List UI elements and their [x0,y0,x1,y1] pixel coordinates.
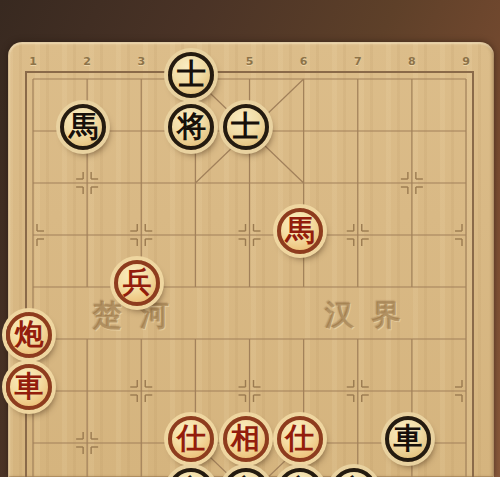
piece-red-chariot[interactable]: 車 [6,364,52,410]
piece-character: 卒 [285,471,314,477]
piece-character: 卒 [339,471,368,477]
xiangqi-board-screen: 123456789 楚河 汉界 士馬将士馬兵炮車仕相仕車卒卒卒卒 [0,0,500,477]
piece-character: 仕 [177,419,206,457]
column-label: 8 [408,55,416,68]
piece-character: 仕 [285,419,314,457]
board-grid [0,0,500,477]
piece-red-cannon[interactable]: 炮 [6,312,52,358]
piece-character: 士 [177,55,206,93]
column-label: 3 [137,55,145,68]
piece-red-elephant[interactable]: 相 [223,416,269,462]
column-label: 2 [83,55,91,68]
river-text-right: 汉界 [325,296,419,336]
piece-red-horse[interactable]: 馬 [277,208,323,254]
column-label: 9 [462,55,470,68]
piece-black-advisor[interactable]: 士 [223,104,269,150]
column-label: 7 [354,55,362,68]
column-label: 6 [300,55,308,68]
piece-character: 卒 [231,471,260,477]
piece-character: 将 [177,107,206,145]
piece-character: 兵 [123,263,152,301]
piece-red-advisor[interactable]: 仕 [277,416,323,462]
piece-character: 士 [231,107,260,145]
piece-black-chariot[interactable]: 車 [385,416,431,462]
piece-character: 卒 [177,471,206,477]
column-label: 5 [246,55,254,68]
piece-black-horse[interactable]: 馬 [60,104,106,150]
piece-character: 馬 [285,211,314,249]
piece-character: 車 [393,419,422,457]
piece-character: 炮 [15,315,44,353]
piece-character: 相 [231,419,260,457]
piece-character: 車 [15,367,44,405]
column-label: 1 [29,55,37,68]
piece-red-soldier[interactable]: 兵 [114,260,160,306]
piece-character: 馬 [69,107,98,145]
